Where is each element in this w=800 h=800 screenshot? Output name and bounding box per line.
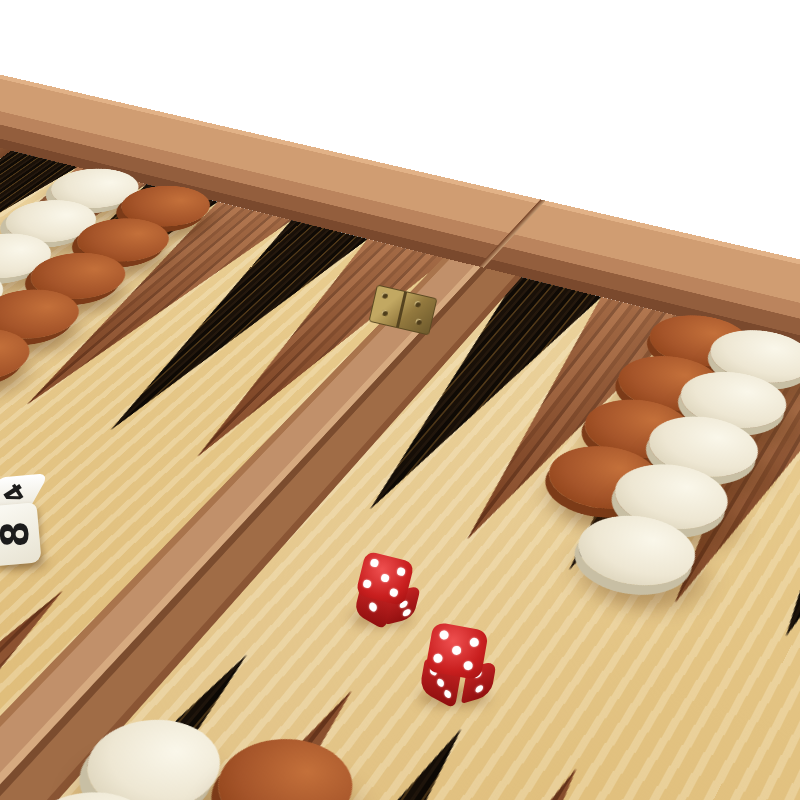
doubling-cube-front-value: 8 [0, 510, 45, 559]
backgammon-board [0, 115, 800, 800]
hinge-screw [415, 318, 422, 325]
backgammon-product-photo: 4 8 [0, 0, 800, 800]
doubling-cube[interactable]: 4 8 [0, 474, 50, 571]
doubling-cube-front-face: 8 [0, 502, 42, 566]
hinge-screw [381, 309, 388, 316]
hinge-screw [414, 301, 421, 308]
hinge-screw [381, 292, 388, 299]
hinge-pin [396, 292, 407, 328]
die-2[interactable] [421, 626, 495, 706]
die-2-top-face [425, 622, 489, 681]
die-1[interactable] [354, 556, 418, 628]
